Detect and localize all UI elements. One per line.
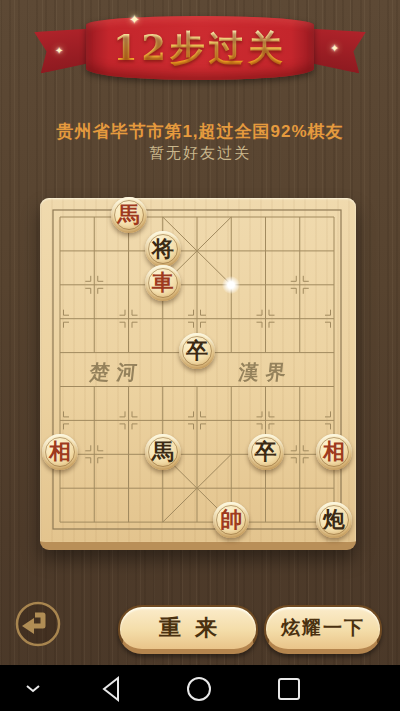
piece-character: 炮 xyxy=(323,508,345,530)
piece-character: 将 xyxy=(152,237,174,259)
sparkle-star-icon: ✦ xyxy=(55,45,63,56)
piece-red-chariot[interactable]: 車 xyxy=(145,265,181,301)
piece-black-soldier[interactable]: 卒 xyxy=(248,434,284,470)
piece-red-horse[interactable]: 馬 xyxy=(111,197,147,233)
piece-black-general[interactable]: 将 xyxy=(145,231,181,267)
move-hint-sparkle xyxy=(222,276,240,294)
piece-character: 卒 xyxy=(255,440,277,462)
level-banner: 12步过关 xyxy=(36,10,364,86)
sparkle-star-icon: ✦ xyxy=(330,42,339,55)
app-screen: 12步过关 ✦ ✦ ✦ 贵州省毕节市第1,超过全国92%棋友 暂无好友过关 楚河… xyxy=(0,0,400,711)
piece-black-horse[interactable]: 馬 xyxy=(145,434,181,470)
piece-character: 馬 xyxy=(152,440,174,462)
piece-character: 車 xyxy=(152,271,174,293)
return-arrow-icon xyxy=(13,599,63,649)
showoff-button[interactable]: 炫耀一下 xyxy=(264,605,382,654)
piece-black-cannon[interactable]: 炮 xyxy=(316,502,352,538)
piece-character: 帥 xyxy=(220,508,242,530)
piece-character: 相 xyxy=(323,440,345,462)
banner-title: 12步过关 xyxy=(113,25,287,72)
friends-status-text: 暂无好友过关 xyxy=(0,144,400,163)
ribbon-center: 12步过关 xyxy=(86,16,314,80)
recents-square-icon[interactable] xyxy=(279,679,299,699)
piece-character: 馬 xyxy=(118,203,140,225)
back-triangle-icon[interactable] xyxy=(104,678,118,700)
piece-red-general[interactable]: 帥 xyxy=(213,502,249,538)
piece-black-soldier[interactable]: 卒 xyxy=(179,333,215,369)
piece-character: 卒 xyxy=(186,339,208,361)
chevron-down-icon[interactable] xyxy=(27,686,39,691)
piece-red-elephant[interactable]: 相 xyxy=(316,434,352,470)
rank-text: 贵州省毕节市第1,超过全国92%棋友 xyxy=(0,120,400,143)
home-circle-icon[interactable] xyxy=(188,678,210,700)
android-nav-bar xyxy=(0,665,400,711)
restart-button[interactable]: 重来 xyxy=(118,605,258,654)
undo-button[interactable] xyxy=(13,599,63,649)
pieces-layer: 馬将車卒相馬卒相帥炮 xyxy=(40,198,356,534)
piece-red-elephant[interactable]: 相 xyxy=(42,434,78,470)
piece-character: 相 xyxy=(49,440,71,462)
xiangqi-board[interactable]: 楚河漢界 馬将車卒相馬卒相帥炮 xyxy=(40,198,356,550)
sparkle-star-icon: ✦ xyxy=(129,12,140,27)
